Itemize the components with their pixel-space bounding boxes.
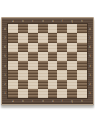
square-h5 <box>77 52 87 61</box>
square-e5 <box>48 52 58 61</box>
coordinate-label: 5 <box>4 55 6 58</box>
square-c4 <box>28 61 38 70</box>
coordinate-label: 7 <box>89 36 91 39</box>
square-g3 <box>67 70 77 79</box>
coordinate-label: e <box>52 20 54 23</box>
coordinate-label: 4 <box>89 64 91 67</box>
coordinate-label: a <box>12 20 14 23</box>
square-a4 <box>8 61 18 70</box>
square-d2 <box>38 80 48 89</box>
square-f2 <box>57 80 67 89</box>
square-d3 <box>38 70 48 79</box>
coordinate-label: a <box>12 100 14 103</box>
coordinate-label: d <box>42 100 44 103</box>
square-d8 <box>38 24 48 33</box>
square-d5 <box>38 52 48 61</box>
coordinate-label: 3 <box>4 73 6 76</box>
coordinate-label: 8 <box>89 27 91 30</box>
square-f6 <box>57 43 67 52</box>
coordinate-label: g <box>71 20 73 23</box>
coordinate-label: f <box>62 100 63 103</box>
square-g6 <box>67 43 77 52</box>
square-e8 <box>48 24 58 33</box>
square-h4 <box>77 61 87 70</box>
coordinate-label: c <box>32 100 34 103</box>
coordinate-label: 4 <box>4 64 6 67</box>
square-e1 <box>48 89 58 98</box>
square-c6 <box>28 43 38 52</box>
square-e4 <box>48 61 58 70</box>
square-g4 <box>67 61 77 70</box>
square-d6 <box>38 43 48 52</box>
square-g5 <box>67 52 77 61</box>
coordinate-label: 2 <box>4 83 6 86</box>
square-f4 <box>57 61 67 70</box>
square-c5 <box>28 52 38 61</box>
square-b7 <box>18 33 28 42</box>
square-a5 <box>8 52 18 61</box>
coordinate-label: h <box>81 20 83 23</box>
coordinate-label: g <box>71 100 73 103</box>
square-f7 <box>57 33 67 42</box>
chess-board: abcdefgh abcdefgh 87654321 87654321 <box>1 17 94 105</box>
square-d4 <box>38 61 48 70</box>
square-f1 <box>57 89 67 98</box>
coordinate-label: d <box>42 20 44 23</box>
coordinate-label: e <box>52 100 54 103</box>
coordinate-label: 7 <box>4 36 6 39</box>
square-c7 <box>28 33 38 42</box>
square-g8 <box>67 24 77 33</box>
square-h6 <box>77 43 87 52</box>
square-c3 <box>28 70 38 79</box>
square-g7 <box>67 33 77 42</box>
square-g1 <box>67 89 77 98</box>
square-a8 <box>8 24 18 33</box>
coordinate-label: 2 <box>89 83 91 86</box>
coordinate-label: c <box>32 20 34 23</box>
coordinate-label: f <box>62 20 63 23</box>
file-labels-bottom: abcdefgh <box>8 98 87 104</box>
square-h1 <box>77 89 87 98</box>
square-a7 <box>8 33 18 42</box>
square-e2 <box>48 80 58 89</box>
square-h2 <box>77 80 87 89</box>
square-h8 <box>77 24 87 33</box>
coordinate-label: 3 <box>89 73 91 76</box>
square-d7 <box>38 33 48 42</box>
square-b3 <box>18 70 28 79</box>
square-e6 <box>48 43 58 52</box>
square-a1 <box>8 89 18 98</box>
square-b8 <box>18 24 28 33</box>
coordinate-label: h <box>81 100 83 103</box>
square-f3 <box>57 70 67 79</box>
board-grid <box>8 24 87 98</box>
square-c8 <box>28 24 38 33</box>
square-c1 <box>28 89 38 98</box>
coordinate-label: 6 <box>4 46 6 49</box>
square-a3 <box>8 70 18 79</box>
square-a2 <box>8 80 18 89</box>
square-e3 <box>48 70 58 79</box>
coordinate-label: 1 <box>89 92 91 95</box>
product-photo: abcdefgh abcdefgh 87654321 87654321 <box>0 0 95 126</box>
rank-labels-right: 87654321 <box>87 24 93 98</box>
square-b2 <box>18 80 28 89</box>
square-b4 <box>18 61 28 70</box>
square-a6 <box>8 43 18 52</box>
square-b6 <box>18 43 28 52</box>
coordinate-label: 8 <box>4 27 6 30</box>
coordinate-label: b <box>22 20 24 23</box>
square-h7 <box>77 33 87 42</box>
square-f5 <box>57 52 67 61</box>
square-b5 <box>18 52 28 61</box>
coordinate-label: 1 <box>4 92 6 95</box>
square-e7 <box>48 33 58 42</box>
square-f8 <box>57 24 67 33</box>
coordinate-label: 5 <box>89 55 91 58</box>
square-b1 <box>18 89 28 98</box>
square-h3 <box>77 70 87 79</box>
square-d1 <box>38 89 48 98</box>
square-g2 <box>67 80 77 89</box>
coordinate-label: b <box>22 100 24 103</box>
coordinate-label: 6 <box>89 46 91 49</box>
square-c2 <box>28 80 38 89</box>
